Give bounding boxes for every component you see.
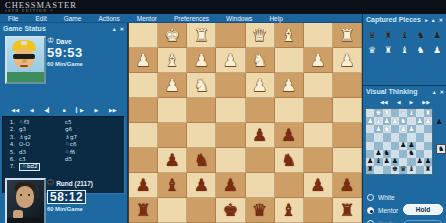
black-pawn: ♟ xyxy=(383,158,389,165)
square-r2c7[interactable] xyxy=(333,73,362,98)
visual-thinking-options: WhiteMentorBlack Hold Resume xyxy=(363,191,446,223)
square-r1c4[interactable]: ♞ xyxy=(246,48,275,73)
square-r1c7: ♟ xyxy=(424,117,432,125)
square-r2c4: ♟ xyxy=(399,125,407,133)
square-r0c3 xyxy=(391,109,399,117)
white-rook: ♜ xyxy=(383,110,389,117)
black-king-icon: ♚ xyxy=(47,179,54,187)
vt-control-2[interactable]: ▶ xyxy=(410,98,414,106)
captured-white-b: ♝ xyxy=(400,45,408,55)
avatar-white-player xyxy=(5,36,46,84)
square-r4c6[interactable] xyxy=(304,123,333,148)
move-number: 6. xyxy=(3,156,19,163)
square-r2c3 xyxy=(391,125,399,133)
square-r4c3 xyxy=(391,142,399,150)
menu-file[interactable]: File xyxy=(8,15,18,22)
white-rook: ♜ xyxy=(339,27,354,44)
square-r1c7[interactable]: ♟ xyxy=(333,48,362,73)
move-row-1[interactable]: 1.♘f3c5 xyxy=(3,119,124,126)
captured-pieces-header: Captured Pieces ▸ ▲ ✕ xyxy=(363,14,446,25)
square-r3c6 xyxy=(416,133,424,141)
white-bishop: ♝ xyxy=(408,110,414,117)
square-r7c1[interactable] xyxy=(158,198,187,223)
square-r0c1: ♚ xyxy=(374,109,382,117)
square-r3c2[interactable] xyxy=(187,98,216,123)
square-r6c0[interactable]: ♟ xyxy=(129,173,158,198)
square-r0c7: ♜ xyxy=(424,109,432,117)
move-black[interactable]: ♗g7 xyxy=(65,134,105,141)
square-r2c0 xyxy=(366,125,374,133)
white-queen: ♛ xyxy=(400,110,406,117)
square-r4c4[interactable]: ♟ xyxy=(246,123,275,148)
menu-mentor[interactable]: Mentor xyxy=(137,15,157,22)
black-knight: ♞ xyxy=(194,152,209,169)
square-r0c1[interactable]: ♚ xyxy=(158,23,187,48)
move-row-6[interactable]: 6.c3d5 xyxy=(3,156,124,163)
playback-button-3[interactable]: ■ xyxy=(62,106,65,114)
square-r2c2[interactable]: ♞ xyxy=(187,73,216,98)
white-knight: ♞ xyxy=(400,118,406,125)
square-r7c1 xyxy=(374,166,382,174)
thinking-side-pawn-icon: ♟ xyxy=(436,118,442,126)
square-r4c3[interactable] xyxy=(216,123,245,148)
black-knight: ♞ xyxy=(383,150,389,157)
square-r7c3[interactable]: ♚ xyxy=(216,198,245,223)
square-r6c2: ♟ xyxy=(383,158,391,166)
white-rook: ♜ xyxy=(425,110,431,117)
black-pawn: ♟ xyxy=(408,142,414,149)
square-r4c7 xyxy=(424,142,432,150)
move-black[interactable]: ♘c6 xyxy=(65,141,105,148)
black-pawn: ♟ xyxy=(425,158,431,165)
chess-board[interactable]: ♚♜♛♝♜♟♝♟♟♞♟♟♟♞♟♟♟♟♟♞♞♟♝♟♟♟♟♜♚♛♝♜ xyxy=(128,23,362,223)
captured-black-b: ♝ xyxy=(400,30,408,40)
title-bar: CHESSMASTER 10TH EDITION ® xyxy=(0,0,446,14)
white-pawn: ♟ xyxy=(425,118,431,125)
playback-button-5[interactable]: ▶ xyxy=(94,106,98,114)
black-bishop: ♝ xyxy=(281,202,296,219)
move-black[interactable]: c5 xyxy=(65,119,105,126)
move-black[interactable]: g6 xyxy=(65,126,105,133)
close-icon[interactable]: ✕ xyxy=(440,89,444,95)
square-r0c6 xyxy=(416,109,424,117)
captured-white-q: ♛ xyxy=(368,45,376,55)
square-r7c6[interactable] xyxy=(304,198,333,223)
square-r2c4[interactable]: ♟ xyxy=(246,73,275,98)
playback-button-2[interactable]: ◀▎ xyxy=(44,106,52,114)
black-queen: ♛ xyxy=(252,202,267,219)
white-pawn: ♟ xyxy=(281,77,296,94)
move-white[interactable]: g3 xyxy=(19,126,65,133)
square-r5c0[interactable] xyxy=(129,148,158,173)
black-player-name: Rund (2117) xyxy=(56,180,93,187)
white-player-name: Dave xyxy=(56,38,72,45)
square-r1c6: ♟ xyxy=(416,117,424,125)
radio-label-mentor: Mentor xyxy=(378,207,398,214)
captured-white-r: ♜ xyxy=(384,45,392,55)
square-r5c7[interactable] xyxy=(333,148,362,173)
square-r3c5[interactable] xyxy=(275,98,304,123)
black-player-info: ♚ Rund (2117) 58:12 60 Min/Game xyxy=(47,179,93,212)
white-knight: ♞ xyxy=(383,126,389,133)
square-r6c2[interactable]: ♟ xyxy=(187,173,216,198)
white-knight: ♞ xyxy=(252,52,267,69)
square-r6c1[interactable]: ♝ xyxy=(158,173,187,198)
radio-row-white[interactable]: White xyxy=(363,191,446,204)
square-r7c5: ♝ xyxy=(407,166,415,174)
black-king: ♚ xyxy=(392,166,398,173)
square-r0c6[interactable] xyxy=(304,23,333,48)
current-move-highlight[interactable]: ♘bd2 xyxy=(19,163,40,170)
square-r2c1: ♟ xyxy=(374,125,382,133)
black-knight: ♞ xyxy=(281,152,296,169)
square-r4c0 xyxy=(366,142,374,150)
square-r6c4[interactable] xyxy=(246,173,275,198)
square-r3c7[interactable] xyxy=(333,98,362,123)
square-r3c2 xyxy=(383,133,391,141)
square-r2c2: ♞ xyxy=(383,125,391,133)
square-r3c0[interactable] xyxy=(129,98,158,123)
square-r7c3: ♚ xyxy=(391,166,399,174)
hold-button[interactable]: Hold xyxy=(403,204,443,215)
white-pawn: ♟ xyxy=(252,77,267,94)
game-status-header: Game Status ▲ ✕ xyxy=(0,23,127,34)
square-r4c1[interactable] xyxy=(158,123,187,148)
avatar-black-player xyxy=(5,178,46,223)
square-r6c6: ♟ xyxy=(416,158,424,166)
menu-help[interactable]: Help xyxy=(269,15,282,22)
square-r2c7 xyxy=(424,125,432,133)
square-r1c3[interactable]: ♟ xyxy=(216,48,245,73)
move-number: 5. xyxy=(3,149,19,156)
game-status-panel: Game Status ▲ ✕ ♔ Dave 59:53 60 Min/Game… xyxy=(0,23,128,223)
black-pawn: ♟ xyxy=(400,142,406,149)
move-white[interactable]: O-O xyxy=(19,141,65,148)
square-r0c4: ♛ xyxy=(399,109,407,117)
square-r6c3[interactable]: ♟ xyxy=(216,173,245,198)
square-r4c2[interactable] xyxy=(187,123,216,148)
black-pawn: ♟ xyxy=(135,177,150,194)
black-pawn: ♟ xyxy=(252,127,267,144)
radio-label-black: Black xyxy=(378,220,394,223)
square-r5c3[interactable] xyxy=(216,148,245,173)
captured-black-q: ♛ xyxy=(368,30,376,40)
captured-white-p: ♟ xyxy=(433,45,441,55)
move-white[interactable]: ♗g2 xyxy=(19,134,65,141)
move-white[interactable]: ♘bd2 xyxy=(19,163,65,170)
black-rook: ♜ xyxy=(425,166,431,173)
move-row-4[interactable]: 4.O-O♘c6 xyxy=(3,141,124,148)
square-r7c0: ♜ xyxy=(366,166,374,174)
white-pawn: ♟ xyxy=(339,52,354,69)
menu-game[interactable]: Game xyxy=(64,15,82,22)
black-bishop: ♝ xyxy=(375,158,381,165)
square-r6c1: ♝ xyxy=(374,158,382,166)
square-r5c1[interactable]: ♟ xyxy=(158,148,187,173)
collapse-icon[interactable]: ▲ xyxy=(112,26,117,32)
black-pawn: ♟ xyxy=(339,177,354,194)
square-r1c3: ♟ xyxy=(391,117,399,125)
resume-button[interactable]: Resume xyxy=(403,220,443,223)
menu-windows[interactable]: Windows xyxy=(226,15,252,22)
square-r1c5[interactable] xyxy=(275,48,304,73)
square-r3c1 xyxy=(374,133,382,141)
black-pawn: ♟ xyxy=(375,150,381,157)
radio-black[interactable] xyxy=(367,220,374,223)
black-pawn: ♟ xyxy=(392,158,398,165)
move-black[interactable]: d5 xyxy=(65,156,105,163)
move-number: 1. xyxy=(3,119,19,126)
square-r7c6 xyxy=(416,166,424,174)
square-r2c1[interactable]: ♟ xyxy=(158,73,187,98)
black-king: ♚ xyxy=(223,202,238,219)
move-white[interactable]: ♘f3 xyxy=(19,119,65,126)
square-r3c4[interactable] xyxy=(246,98,275,123)
square-r0c5[interactable]: ♝ xyxy=(275,23,304,48)
square-r6c6[interactable]: ♟ xyxy=(304,173,333,198)
app-logo: CHESSMASTER 10TH EDITION ® xyxy=(5,1,77,13)
square-r4c4: ♟ xyxy=(399,142,407,150)
playback-controls: ◀◀◀◀▎■▎▶▶▶▶ xyxy=(0,105,128,115)
black-pawn: ♟ xyxy=(281,127,296,144)
radio-mentor[interactable] xyxy=(367,207,374,214)
black-rook: ♜ xyxy=(135,202,150,219)
square-r7c2[interactable] xyxy=(187,198,216,223)
move-number: 3. xyxy=(3,134,19,141)
black-bishop: ♝ xyxy=(165,177,180,194)
black-pawn: ♟ xyxy=(223,177,238,194)
visual-thinking-panel: Visual Thinking ▲ ✕ ◀◀◀▶▶▶ ♚♜♛♝♜♟♝♟♟♞♟♟♟… xyxy=(363,86,446,108)
square-r3c1[interactable] xyxy=(158,98,187,123)
square-r1c1[interactable]: ♝ xyxy=(158,48,187,73)
white-player-info: ♔ Dave 59:53 60 Min/Game xyxy=(47,37,83,67)
white-pawn: ♟ xyxy=(408,126,414,133)
white-player-clock: 59:53 xyxy=(47,46,83,60)
playback-button-4[interactable]: ▎▶ xyxy=(76,106,84,114)
captured-white-n: ♞ xyxy=(417,45,425,55)
black-bishop: ♝ xyxy=(408,166,414,173)
white-pawn: ♟ xyxy=(367,118,373,125)
square-r3c3[interactable] xyxy=(216,98,245,123)
white-rook: ♜ xyxy=(194,27,209,44)
captured-pieces-title: Captured Pieces xyxy=(366,16,421,23)
white-pawn: ♟ xyxy=(416,118,422,125)
chessmaster-window: CHESSMASTER 10TH EDITION ® FileEditGameA… xyxy=(0,0,446,223)
collapse-icon[interactable]: ▲ xyxy=(431,17,436,23)
captured-black-n: ♞ xyxy=(417,30,425,40)
square-r2c0[interactable] xyxy=(129,73,158,98)
close-icon[interactable]: ✕ xyxy=(439,17,443,23)
square-r7c0[interactable]: ♜ xyxy=(129,198,158,223)
white-bishop: ♝ xyxy=(375,118,381,125)
captured-black-pieces-row: ♛♜♝♞♟ xyxy=(363,30,446,40)
black-time-control: 60 Min/Game xyxy=(47,206,93,212)
playback-button-1[interactable]: ◀ xyxy=(30,106,34,114)
right-panel-column: Captured Pieces ▸ ▲ ✕ ♛♜♝♞♟ ♛♜♝♞♟ Visual… xyxy=(362,14,446,223)
move-black[interactable] xyxy=(65,163,105,170)
black-pawn: ♟ xyxy=(194,177,209,194)
white-pawn: ♟ xyxy=(135,52,150,69)
white-pawn: ♟ xyxy=(383,118,389,125)
white-pawn: ♟ xyxy=(400,126,406,133)
square-r2c3[interactable] xyxy=(216,73,245,98)
white-king-icon: ♔ xyxy=(47,37,54,45)
move-row-2[interactable]: 2.g3g6 xyxy=(3,126,124,133)
move-black[interactable]: ♘f6 xyxy=(65,149,105,156)
square-r7c7: ♜ xyxy=(424,166,432,174)
vt-control-1[interactable]: ◀ xyxy=(397,98,401,106)
white-king: ♚ xyxy=(165,27,180,44)
square-r3c3 xyxy=(391,133,399,141)
move-row-7[interactable]: 7.♘bd2 xyxy=(3,163,124,170)
white-pawn: ♟ xyxy=(392,118,398,125)
captured-black-r: ♜ xyxy=(384,30,392,40)
white-king: ♚ xyxy=(375,110,381,117)
black-player-clock: 58:12 xyxy=(47,190,86,204)
white-pawn: ♟ xyxy=(223,52,238,69)
close-icon[interactable]: ✕ xyxy=(120,26,124,32)
square-r2c6 xyxy=(416,125,424,133)
square-r0c7[interactable]: ♜ xyxy=(333,23,362,48)
square-r6c5[interactable] xyxy=(275,173,304,198)
black-pawn: ♟ xyxy=(416,158,422,165)
square-r3c0 xyxy=(366,133,374,141)
square-r4c6 xyxy=(416,142,424,150)
white-pawn: ♟ xyxy=(194,52,209,69)
square-r0c3[interactable] xyxy=(216,23,245,48)
black-rook: ♜ xyxy=(367,166,373,173)
square-r0c4[interactable]: ♛ xyxy=(246,23,275,48)
white-bishop: ♝ xyxy=(165,52,180,69)
playback-button-6[interactable]: ▶▶ xyxy=(109,106,117,114)
square-r1c0[interactable]: ♟ xyxy=(129,48,158,73)
square-r0c0[interactable] xyxy=(129,23,158,48)
thinking-mini-board: ♚♜♛♝♜♟♝♟♟♞♟♟♟♞♟♟♟♟♟♞♞♟♝♟♟♟♟♜♚♛♝♜ xyxy=(365,108,433,175)
visual-thinking-controls: ◀◀◀▶▶▶ xyxy=(363,98,446,106)
move-row-5[interactable]: 5.d3♘f6 xyxy=(3,149,124,156)
game-status-title: Game Status xyxy=(3,25,46,32)
black-knight: ♞ xyxy=(408,150,414,157)
square-r0c0 xyxy=(366,109,374,117)
square-r5c6[interactable] xyxy=(304,148,333,173)
square-r0c5: ♝ xyxy=(407,109,415,117)
move-white[interactable]: c3 xyxy=(19,156,65,163)
square-r4c5[interactable]: ♟ xyxy=(275,123,304,148)
square-r5c5[interactable]: ♞ xyxy=(275,148,304,173)
captured-white-pieces-row: ♛♜♝♞♟ xyxy=(363,45,446,55)
vt-control-0[interactable]: ◀◀ xyxy=(380,98,388,106)
black-pawn: ♟ xyxy=(165,152,180,169)
square-r1c2[interactable]: ♟ xyxy=(187,48,216,73)
white-pawn: ♟ xyxy=(310,52,325,69)
black-pawn: ♟ xyxy=(367,158,373,165)
square-r6c7[interactable]: ♟ xyxy=(333,173,362,198)
menu-edit[interactable]: Edit xyxy=(35,15,46,22)
square-r5c2[interactable]: ♞ xyxy=(187,148,216,173)
square-r7c4: ♛ xyxy=(399,166,407,174)
square-r2c5[interactable]: ♟ xyxy=(275,73,304,98)
square-r7c7[interactable]: ♜ xyxy=(333,198,362,223)
collapse-icon[interactable]: ▲ xyxy=(432,89,437,95)
vt-control-3[interactable]: ▶▶ xyxy=(422,98,430,106)
square-r4c0[interactable] xyxy=(129,123,158,148)
move-number: 2. xyxy=(3,126,19,133)
expand-icon[interactable]: ▸ xyxy=(425,17,428,23)
square-r0c2[interactable]: ♜ xyxy=(187,23,216,48)
square-r3c6[interactable] xyxy=(304,98,333,123)
radio-white[interactable] xyxy=(367,194,374,201)
black-pawn: ♟ xyxy=(310,177,325,194)
white-time-control: 60 Min/Game xyxy=(47,61,83,67)
menu-bar: FileEditGameActionsMentorPreferencesWind… xyxy=(0,14,362,23)
square-r2c6[interactable] xyxy=(304,73,333,98)
square-r7c5[interactable]: ♝ xyxy=(275,198,304,223)
square-r0c2: ♜ xyxy=(383,109,391,117)
square-r5c4 xyxy=(399,150,407,158)
menu-preferences[interactable]: Preferences xyxy=(174,15,209,22)
white-knight: ♞ xyxy=(194,77,209,94)
square-r3c7 xyxy=(424,133,432,141)
logo-line1: CHESSMASTER xyxy=(5,1,77,9)
move-row-3[interactable]: 3.♗g2♗g7 xyxy=(3,134,124,141)
white-pawn: ♟ xyxy=(375,126,381,133)
visual-thinking-title: Visual Thinking xyxy=(366,88,418,95)
white-queen: ♛ xyxy=(252,27,267,44)
visual-thinking-header: Visual Thinking ▲ ✕ xyxy=(363,86,446,97)
menu-actions[interactable]: Actions xyxy=(98,15,119,22)
move-number: 4. xyxy=(3,141,19,148)
square-r1c6[interactable]: ♟ xyxy=(304,48,333,73)
square-r1c0: ♟ xyxy=(366,117,374,125)
white-pawn: ♟ xyxy=(165,77,180,94)
playback-button-0[interactable]: ◀◀ xyxy=(11,106,19,114)
captured-black-p: ♟ xyxy=(433,30,441,40)
square-r7c2 xyxy=(383,166,391,174)
square-r4c7[interactable] xyxy=(333,123,362,148)
square-r5c5: ♞ xyxy=(407,150,415,158)
black-queen: ♛ xyxy=(400,166,406,173)
move-white[interactable]: d3 xyxy=(19,149,65,156)
move-number: 7. xyxy=(3,163,19,170)
square-r2c5: ♟ xyxy=(407,125,415,133)
square-r7c4[interactable]: ♛ xyxy=(246,198,275,223)
thinking-side-knight-icon: ♞ xyxy=(436,144,446,154)
black-rook: ♜ xyxy=(339,202,354,219)
radio-label-white: White xyxy=(378,194,395,201)
square-r5c4[interactable] xyxy=(246,148,275,173)
white-bishop: ♝ xyxy=(281,27,296,44)
